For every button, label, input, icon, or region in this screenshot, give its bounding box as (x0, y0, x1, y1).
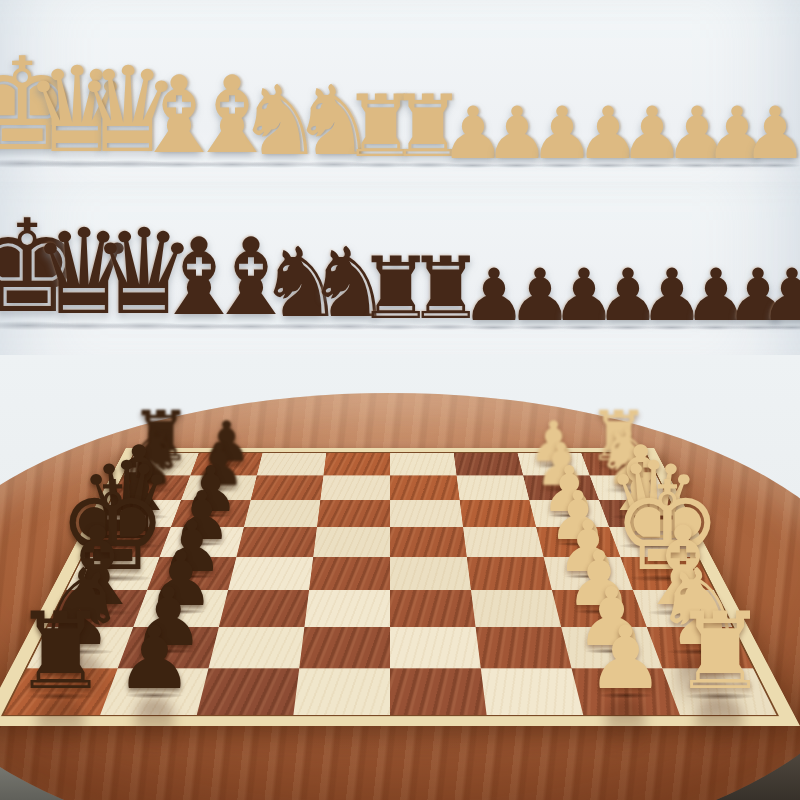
board-square[interactable] (390, 453, 457, 476)
board-square[interactable] (390, 527, 467, 557)
white-pieces-row: ♚♛♛♝♝♞♞♜♜♟♟♟♟♟♟♟♟ (0, 0, 800, 182)
board-square[interactable] (457, 475, 530, 500)
board-square[interactable] (309, 557, 390, 590)
board-square[interactable] (219, 590, 309, 627)
board-photo: ♜♞♝♛♚♝♞♜♟♟♟♟♟♟♟♟♟♟♟♟♟♟♟♟♜♞♝♛♚♝♞♜ (0, 355, 800, 800)
board-square[interactable] (228, 557, 313, 590)
board-square[interactable] (471, 590, 561, 627)
board-square[interactable] (390, 627, 481, 668)
board-square[interactable] (463, 527, 544, 557)
board-square[interactable] (257, 453, 326, 476)
board-square[interactable] (390, 590, 476, 627)
board-square[interactable] (320, 475, 390, 500)
board-square[interactable] (323, 453, 390, 476)
board-piece-black-pawn[interactable]: ♟ (115, 615, 193, 702)
board-square[interactable] (476, 627, 572, 668)
board-square[interactable] (244, 500, 320, 527)
board-square[interactable] (390, 668, 487, 715)
board-square[interactable] (454, 453, 523, 476)
board-piece-black-rook[interactable]: ♜ (13, 599, 108, 705)
board-square[interactable] (460, 500, 536, 527)
board-square[interactable] (208, 627, 304, 668)
board-square[interactable] (293, 668, 390, 715)
board-piece-white-rook[interactable]: ♜ (672, 599, 767, 705)
board-square[interactable] (313, 527, 390, 557)
board-square[interactable] (236, 527, 317, 557)
board-square[interactable] (317, 500, 390, 527)
board-square[interactable] (467, 557, 552, 590)
black-pieces-row: ♚♛♛♝♝♞♞♜♜♟♟♟♟♟♟♟♟ (0, 182, 800, 355)
board-square[interactable] (481, 668, 583, 715)
board-square[interactable] (197, 668, 299, 715)
board-square[interactable] (299, 627, 390, 668)
board-square[interactable] (251, 475, 324, 500)
board-square[interactable] (390, 500, 463, 527)
board-square[interactable] (390, 557, 471, 590)
white-pawn-row-piece: ♟ (743, 97, 800, 169)
board-piece-white-pawn[interactable]: ♟ (587, 615, 665, 702)
black-pawn-row-piece: ♟ (760, 259, 800, 331)
board-square[interactable] (390, 475, 460, 500)
board-square[interactable] (304, 590, 390, 627)
